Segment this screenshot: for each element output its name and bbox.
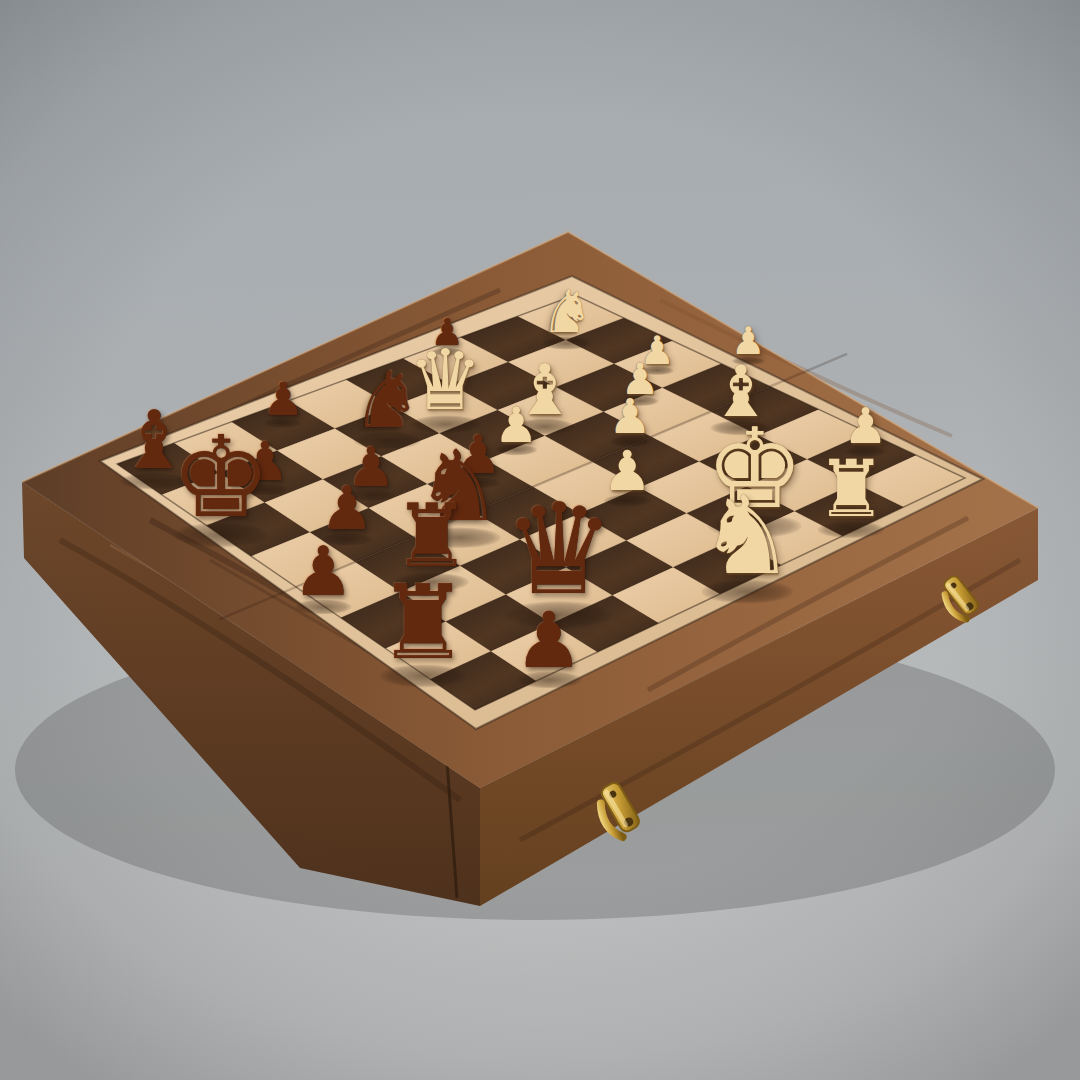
piece-black-rook-a2[interactable]: ♜ bbox=[377, 572, 469, 674]
piece-white-knight-e1[interactable]: ♞ bbox=[699, 482, 796, 590]
piece-black-pawn-a4[interactable]: ♟ bbox=[293, 538, 354, 606]
piece-black-pawn-b1[interactable]: ♟ bbox=[515, 602, 584, 679]
chess-photo-scene: ♝ ♚ ♟ ♟ ♞ ♟ ♟ ♟ ♜ ♞ ♟ ♜ ♛ ♟ ♞ ♛ ♝ ♟ ♟ bbox=[0, 0, 1080, 1080]
piece-white-knight-h8[interactable]: ♞ bbox=[540, 283, 593, 342]
piece-white-pawn-f5[interactable]: ♟ bbox=[609, 393, 652, 441]
pieces-layer: ♝ ♚ ♟ ♟ ♞ ♟ ♟ ♟ ♜ ♞ ♟ ♜ ♛ ♟ ♞ ♛ ♝ ♟ ♟ bbox=[0, 0, 1080, 1080]
piece-black-knight-d7[interactable]: ♞ bbox=[352, 361, 422, 439]
piece-black-king-a7[interactable]: ♚ bbox=[171, 421, 272, 533]
piece-black-queen-c2[interactable]: ♛ bbox=[503, 487, 616, 613]
piece-black-pawn-b5[interactable]: ♟ bbox=[320, 479, 374, 539]
piece-white-rook-g1[interactable]: ♜ bbox=[816, 450, 886, 529]
